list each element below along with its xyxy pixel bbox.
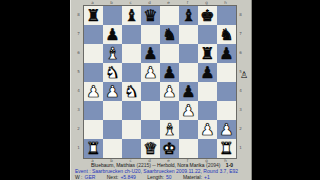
- coord-label: 6: [238, 43, 243, 62]
- square-g8[interactable]: ♚: [198, 6, 217, 25]
- square-a2[interactable]: [84, 120, 103, 139]
- piece-white-pawn: ♟: [219, 120, 233, 139]
- board: ♜♝♛♝♚♟♞♞♝♟♜♟♞♟♟♟♟♟♞♟♟♟♝♟♟♜♛♚♜: [83, 5, 237, 159]
- square-d1[interactable]: ♛: [141, 139, 160, 158]
- square-c5[interactable]: [122, 63, 141, 82]
- coord-label: 5: [76, 62, 81, 81]
- coord-label: 7: [76, 24, 81, 43]
- square-h7[interactable]: ♞: [217, 25, 236, 44]
- piece-black-pawn: ♟: [181, 82, 195, 101]
- coord-label: 8: [238, 5, 243, 24]
- square-d4[interactable]: [141, 82, 160, 101]
- square-b6[interactable]: ♝: [103, 44, 122, 63]
- coord-label: 7: [238, 24, 243, 43]
- piece-white-pawn: ♟: [143, 63, 157, 82]
- square-g6[interactable]: ♜: [198, 44, 217, 63]
- square-e8[interactable]: [160, 6, 179, 25]
- square-g7[interactable]: [198, 25, 217, 44]
- square-e3[interactable]: [160, 101, 179, 120]
- coord-label: 2: [76, 119, 81, 138]
- piece-white-pawn: ♟: [181, 101, 195, 120]
- square-h4[interactable]: [217, 82, 236, 101]
- info-line: W :GER Next:+5.849 Length:50 Material:+1: [71, 174, 253, 180]
- square-a3[interactable]: [84, 101, 103, 120]
- square-d6[interactable]: ♟: [141, 44, 160, 63]
- piece-black-bishop: ♝: [124, 6, 138, 25]
- square-b5[interactable]: ♞: [103, 63, 122, 82]
- square-h6[interactable]: ♟: [217, 44, 236, 63]
- square-e2[interactable]: ♝: [160, 120, 179, 139]
- coord-label: 3: [76, 100, 81, 119]
- square-c6[interactable]: [122, 44, 141, 63]
- square-c2[interactable]: [122, 120, 141, 139]
- piece-white-knight: ♞: [105, 63, 119, 82]
- square-h3[interactable]: [217, 101, 236, 120]
- square-b8[interactable]: [103, 6, 122, 25]
- piece-black-pawn: ♟: [219, 44, 233, 63]
- square-c1[interactable]: [122, 139, 141, 158]
- piece-white-knight: ♞: [124, 82, 138, 101]
- piece-black-knight: ♞: [162, 25, 176, 44]
- rank-labels-left: 87654321: [76, 5, 81, 157]
- coord-label: 4: [76, 81, 81, 100]
- piece-black-knight: ♞: [219, 25, 233, 44]
- square-a4[interactable]: ♟: [84, 82, 103, 101]
- square-f5[interactable]: [179, 63, 198, 82]
- square-c3[interactable]: [122, 101, 141, 120]
- square-b2[interactable]: [103, 120, 122, 139]
- rank-labels-right: 87654321: [238, 5, 243, 157]
- info-token-material: Material:+1: [183, 174, 210, 180]
- square-f3[interactable]: ♟: [179, 101, 198, 120]
- square-e6[interactable]: [160, 44, 179, 63]
- square-b1[interactable]: [103, 139, 122, 158]
- piece-black-queen: ♛: [143, 6, 157, 25]
- piece-white-pawn: ♟: [86, 82, 100, 101]
- video-frame: abcdefgh 87654321 ♜♝♛♝♚♟♞♞♝♟♜♟♞♟♟♟♟♟♞♟♟♟…: [0, 0, 320, 180]
- coord-label: 3: [238, 100, 243, 119]
- piece-white-bishop: ♝: [162, 120, 176, 139]
- piece-black-pawn: ♟: [200, 63, 214, 82]
- square-b4[interactable]: ♟: [103, 82, 122, 101]
- square-h8[interactable]: [217, 6, 236, 25]
- square-g5[interactable]: ♟: [198, 63, 217, 82]
- square-d2[interactable]: [141, 120, 160, 139]
- square-f2[interactable]: [179, 120, 198, 139]
- coord-label: 2: [238, 119, 243, 138]
- piece-white-queen: ♛: [143, 139, 157, 158]
- info-token-length: Length:50: [147, 174, 171, 180]
- square-g1[interactable]: [198, 139, 217, 158]
- piece-white-pawn: ♟: [162, 82, 176, 101]
- square-e5[interactable]: ♟: [160, 63, 179, 82]
- square-e1[interactable]: ♚: [160, 139, 179, 158]
- square-d8[interactable]: ♛: [141, 6, 160, 25]
- coord-label: 6: [76, 43, 81, 62]
- square-h1[interactable]: ♜: [217, 139, 236, 158]
- piece-white-bishop: ♝: [105, 44, 119, 63]
- piece-black-pawn: ♟: [105, 25, 119, 44]
- piece-white-rook: ♜: [219, 139, 233, 158]
- square-c4[interactable]: ♞: [122, 82, 141, 101]
- square-f4[interactable]: ♟: [179, 82, 198, 101]
- square-a6[interactable]: [84, 44, 103, 63]
- square-f8[interactable]: ♝: [179, 6, 198, 25]
- square-a1[interactable]: ♜: [84, 139, 103, 158]
- piece-white-pawn: ♟: [105, 82, 119, 101]
- square-g3[interactable]: [198, 101, 217, 120]
- square-e4[interactable]: ♟: [160, 82, 179, 101]
- piece-black-rook: ♜: [200, 44, 214, 63]
- square-f7[interactable]: [179, 25, 198, 44]
- piece-black-pawn: ♟: [143, 44, 157, 63]
- piece-black-pawn: ♟: [162, 63, 176, 82]
- coord-label: 4: [238, 81, 243, 100]
- square-a7[interactable]: [84, 25, 103, 44]
- square-a5[interactable]: [84, 63, 103, 82]
- coord-label: 8: [76, 5, 81, 24]
- white-pawn-icon: ♙: [240, 70, 248, 80]
- info-token-federation: W :GER: [75, 174, 95, 180]
- info-token-next: Next:+5.849: [107, 174, 136, 180]
- piece-white-king: ♚: [162, 139, 176, 158]
- square-c8[interactable]: ♝: [122, 6, 141, 25]
- square-d5[interactable]: ♟: [141, 63, 160, 82]
- square-d3[interactable]: [141, 101, 160, 120]
- square-f1[interactable]: [179, 139, 198, 158]
- square-e7[interactable]: ♞: [160, 25, 179, 44]
- piece-black-king: ♚: [200, 6, 214, 25]
- piece-black-rook: ♜: [86, 6, 100, 25]
- square-b3[interactable]: [103, 101, 122, 120]
- square-g2[interactable]: ♟: [198, 120, 217, 139]
- square-a8[interactable]: ♜: [84, 6, 103, 25]
- coord-label: 1: [238, 138, 243, 157]
- piece-white-pawn: ♟: [200, 120, 214, 139]
- square-f6[interactable]: [179, 44, 198, 63]
- square-c7[interactable]: [122, 25, 141, 44]
- square-b7[interactable]: ♟: [103, 25, 122, 44]
- square-d7[interactable]: [141, 25, 160, 44]
- square-h2[interactable]: ♟: [217, 120, 236, 139]
- chess-panel: abcdefgh 87654321 ♜♝♛♝♚♟♞♞♝♟♜♟♞♟♟♟♟♟♞♟♟♟…: [70, 0, 252, 180]
- coord-label: 1: [76, 138, 81, 157]
- square-h5[interactable]: [217, 63, 236, 82]
- piece-white-rook: ♜: [86, 139, 100, 158]
- piece-black-bishop: ♝: [181, 6, 195, 25]
- square-g4[interactable]: [198, 82, 217, 101]
